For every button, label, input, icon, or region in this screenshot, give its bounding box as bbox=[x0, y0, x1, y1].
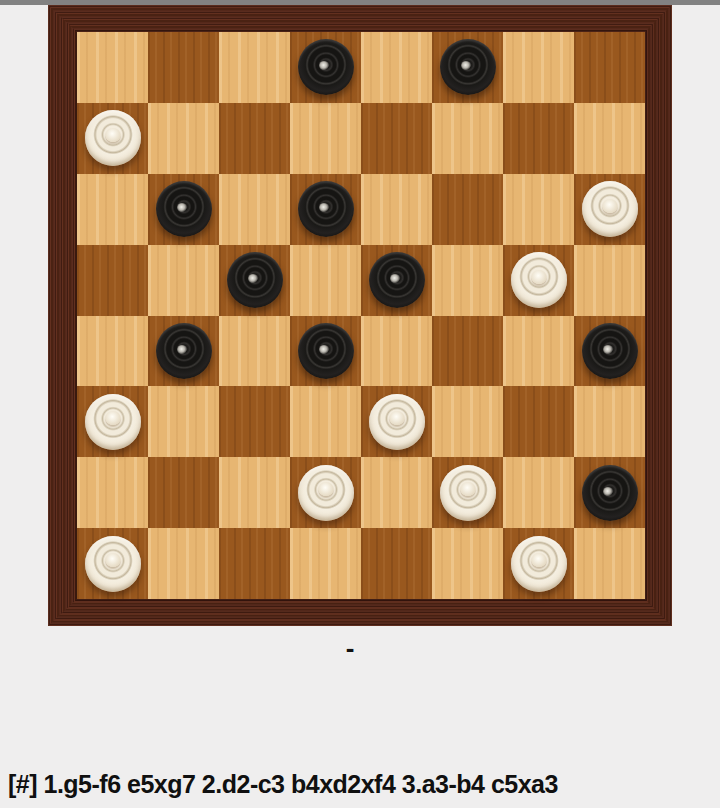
square-f1 bbox=[432, 528, 503, 599]
square-e5[interactable] bbox=[361, 245, 432, 316]
frame-wood-left bbox=[48, 5, 77, 626]
black-checker-b6[interactable] bbox=[156, 181, 212, 237]
square-g2 bbox=[503, 457, 574, 528]
square-b8[interactable] bbox=[148, 32, 219, 103]
square-c3[interactable] bbox=[219, 386, 290, 457]
white-checker-f2[interactable] bbox=[440, 465, 496, 521]
black-checker-b4[interactable] bbox=[156, 323, 212, 379]
square-d4[interactable] bbox=[290, 316, 361, 387]
square-a8 bbox=[77, 32, 148, 103]
square-b6[interactable] bbox=[148, 174, 219, 245]
square-d5 bbox=[290, 245, 361, 316]
square-g6 bbox=[503, 174, 574, 245]
square-h3 bbox=[574, 386, 645, 457]
black-checker-d8[interactable] bbox=[298, 39, 354, 95]
square-e7[interactable] bbox=[361, 103, 432, 174]
frame-wood-right bbox=[645, 5, 672, 626]
square-h8[interactable] bbox=[574, 32, 645, 103]
black-checker-h2[interactable] bbox=[582, 465, 638, 521]
square-d8[interactable] bbox=[290, 32, 361, 103]
square-f3 bbox=[432, 386, 503, 457]
square-g5[interactable] bbox=[503, 245, 574, 316]
board-frame bbox=[48, 5, 672, 626]
frame-wood-top bbox=[48, 5, 672, 32]
square-d1 bbox=[290, 528, 361, 599]
square-h5 bbox=[574, 245, 645, 316]
square-b1 bbox=[148, 528, 219, 599]
square-d2[interactable] bbox=[290, 457, 361, 528]
square-c5[interactable] bbox=[219, 245, 290, 316]
square-c2 bbox=[219, 457, 290, 528]
square-a6 bbox=[77, 174, 148, 245]
square-f2[interactable] bbox=[432, 457, 503, 528]
square-g8 bbox=[503, 32, 574, 103]
square-a3[interactable] bbox=[77, 386, 148, 457]
black-checker-c5[interactable] bbox=[227, 252, 283, 308]
square-d6[interactable] bbox=[290, 174, 361, 245]
white-checker-g1[interactable] bbox=[511, 536, 567, 592]
square-h1 bbox=[574, 528, 645, 599]
square-b5 bbox=[148, 245, 219, 316]
black-checker-f8[interactable] bbox=[440, 39, 496, 95]
frame-wood-bottom bbox=[48, 599, 672, 626]
square-b7 bbox=[148, 103, 219, 174]
square-e1[interactable] bbox=[361, 528, 432, 599]
square-d7 bbox=[290, 103, 361, 174]
square-c4 bbox=[219, 316, 290, 387]
white-checker-h6[interactable] bbox=[582, 181, 638, 237]
white-checker-a7[interactable] bbox=[85, 110, 141, 166]
black-checker-h4[interactable] bbox=[582, 323, 638, 379]
square-g3[interactable] bbox=[503, 386, 574, 457]
square-e4 bbox=[361, 316, 432, 387]
square-d3 bbox=[290, 386, 361, 457]
square-h2[interactable] bbox=[574, 457, 645, 528]
result-indicator: - bbox=[0, 633, 700, 664]
square-b2[interactable] bbox=[148, 457, 219, 528]
square-f6[interactable] bbox=[432, 174, 503, 245]
move-list: [#] 1.g5-f6 e5xg7 2.d2-c3 b4xd2xf4 3.a3-… bbox=[8, 694, 718, 808]
app-screen: - [#] 1.g5-f6 e5xg7 2.d2-c3 b4xd2xf4 3.a… bbox=[0, 0, 720, 808]
white-checker-a1[interactable] bbox=[85, 536, 141, 592]
white-checker-a3[interactable] bbox=[85, 394, 141, 450]
white-checker-g5[interactable] bbox=[511, 252, 567, 308]
square-a7[interactable] bbox=[77, 103, 148, 174]
square-c1[interactable] bbox=[219, 528, 290, 599]
black-checker-d4[interactable] bbox=[298, 323, 354, 379]
square-g4 bbox=[503, 316, 574, 387]
square-a5[interactable] bbox=[77, 245, 148, 316]
square-f8[interactable] bbox=[432, 32, 503, 103]
white-checker-e3[interactable] bbox=[369, 394, 425, 450]
square-e3[interactable] bbox=[361, 386, 432, 457]
square-e6 bbox=[361, 174, 432, 245]
square-e2 bbox=[361, 457, 432, 528]
move-line-1: [#] 1.g5-f6 e5xg7 2.d2-c3 b4xd2xf4 3.a3-… bbox=[8, 766, 718, 802]
square-f4[interactable] bbox=[432, 316, 503, 387]
black-checker-e5[interactable] bbox=[369, 252, 425, 308]
square-h4[interactable] bbox=[574, 316, 645, 387]
square-c8 bbox=[219, 32, 290, 103]
square-f5 bbox=[432, 245, 503, 316]
white-checker-d2[interactable] bbox=[298, 465, 354, 521]
square-e8 bbox=[361, 32, 432, 103]
square-g7[interactable] bbox=[503, 103, 574, 174]
black-checker-d6[interactable] bbox=[298, 181, 354, 237]
square-g1[interactable] bbox=[503, 528, 574, 599]
square-a2 bbox=[77, 457, 148, 528]
square-h6[interactable] bbox=[574, 174, 645, 245]
square-b4[interactable] bbox=[148, 316, 219, 387]
square-h7 bbox=[574, 103, 645, 174]
square-f7 bbox=[432, 103, 503, 174]
square-a1[interactable] bbox=[77, 528, 148, 599]
square-a4 bbox=[77, 316, 148, 387]
square-c6 bbox=[219, 174, 290, 245]
square-b3 bbox=[148, 386, 219, 457]
square-c7[interactable] bbox=[219, 103, 290, 174]
checkers-board bbox=[77, 32, 645, 599]
